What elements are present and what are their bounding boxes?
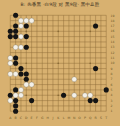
stone-black-B2 [13,103,18,108]
stone-white-C4 [18,93,23,98]
stone-black-B1 [13,109,18,114]
star-point [57,94,59,96]
star-point [89,30,91,32]
stone-black-B19 [13,13,18,18]
coord-letter-S: S [100,116,102,120]
coord-letter-Q: Q [89,116,92,120]
stone-white-B13 [13,45,18,50]
coord-letter-C: C [20,116,23,120]
stone-white-A8 [8,71,13,76]
stone-black-B15 [13,34,18,39]
coord-letter-A: A [9,116,12,120]
stone-white-D18 [24,18,29,23]
coord-letter-F: F [36,116,38,120]
star-point [25,62,27,64]
stone-white-E18 [29,18,34,23]
coord-number-1: 1 [111,109,113,113]
stone-black-E3 [29,98,34,103]
stone-black-B17 [13,23,18,28]
coord-number-13: 13 [111,45,115,49]
stone-white-N7 [72,77,77,82]
stone-white-Q4 [88,93,93,98]
star-point [57,62,59,64]
coord-number-10: 10 [111,61,115,65]
stone-black-C8 [18,71,23,76]
coord-letter-L: L [63,116,65,120]
stone-white-E6 [29,82,34,87]
stone-white-C13 [18,45,23,50]
coord-number-9: 9 [111,67,113,71]
coord-number-3: 3 [111,99,113,103]
coord-number-12: 12 [111,51,115,55]
stone-black-D8 [24,71,29,76]
stone-white-C5 [18,87,23,92]
star-point [25,30,27,32]
stone-black-B10 [13,61,18,66]
coord-letter-K: K [57,116,60,120]
coord-number-11: 11 [111,56,115,60]
coord-number-19: 19 [111,14,115,18]
coord-number-16: 16 [111,29,115,33]
coord-number-15: 15 [111,35,115,39]
coord-number-17: 17 [111,24,115,28]
stone-black-C9 [18,66,23,71]
stone-white-D6 [24,82,29,87]
coord-letter-P: P [84,116,86,120]
coord-letter-H: H [46,116,49,120]
coord-number-2: 2 [111,104,113,108]
coord-number-5: 5 [111,88,113,92]
coord-number-7: 7 [111,77,113,81]
stone-black-T5 [104,87,109,92]
stone-black-R3 [93,98,98,103]
star-point [89,62,91,64]
stone-black-Q3 [88,98,93,103]
coord-letter-M: M [68,116,71,120]
coord-number-4: 4 [111,93,113,97]
stone-black-D15 [24,34,29,39]
stone-black-R17 [93,23,98,28]
stone-white-A10 [8,61,13,66]
stone-black-A15 [8,34,13,39]
stone-white-N4 [72,93,77,98]
stone-black-B11 [13,55,18,60]
coord-letter-T: T [104,116,107,120]
coord-number-14: 14 [111,40,115,44]
stone-white-B4 [13,93,18,98]
stone-black-R9 [93,66,98,71]
stone-white-C15 [18,34,23,39]
stone-black-B5 [13,87,18,92]
star-point [57,30,59,32]
stone-black-D7 [24,77,29,82]
coord-letter-E: E [31,116,33,120]
coord-number-18: 18 [111,19,115,23]
star-point [25,94,27,96]
coord-letter-D: D [25,116,28,120]
stone-white-A11 [8,55,13,60]
stone-black-D13 [24,45,29,50]
stone-white-C17 [18,23,23,28]
stone-black-L4 [61,93,66,98]
coord-letter-B: B [15,116,17,120]
coord-number-8: 8 [111,72,113,76]
coord-number-6: 6 [111,83,113,87]
stone-black-A16 [8,29,13,34]
coord-letter-G: G [41,116,44,120]
coord-letter-O: O [78,116,81,120]
go-board[interactable]: ABCDEFGHJKLMNOPQRST191817161514131211109… [0,0,120,126]
coord-letter-R: R [94,116,97,120]
stone-white-B8 [13,71,18,76]
go-diagram-screen: B: 先番黑 ·白9段 对 黑9段· 黑中盘胜 ABCDEFGHJKLMNOPQ… [0,0,120,126]
stone-white-A3 [8,98,13,103]
stone-black-B16 [13,29,18,34]
coord-letter-J: J [51,116,53,120]
coord-letter-N: N [73,116,76,120]
stone-black-D17 [24,23,29,28]
stone-black-B3 [13,98,18,103]
stone-white-C18 [18,18,23,23]
stone-black-A4 [8,93,13,98]
stone-white-P4 [82,93,87,98]
